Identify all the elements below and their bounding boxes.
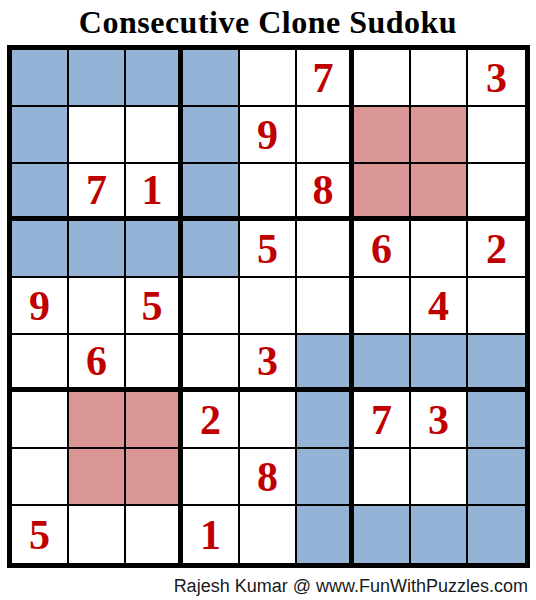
cell-r4c2[interactable] [69,221,126,278]
cell-r9c1[interactable]: 5 [12,506,69,563]
cell-r6c9[interactable] [468,335,525,392]
cell-r3c9[interactable] [468,164,525,221]
cell-r7c9[interactable] [468,392,525,449]
page-title: Consecutive Clone Sudoku [0,0,536,44]
cell-r1c3[interactable] [126,50,183,107]
cell-r9c4[interactable]: 1 [183,506,240,563]
cell-r6c7[interactable] [354,335,411,392]
cell-r5c6[interactable] [297,278,354,335]
cell-r5c9[interactable] [468,278,525,335]
cell-r9c6[interactable] [297,506,354,563]
cell-r1c4[interactable] [183,50,240,107]
cell-r1c9[interactable]: 3 [468,50,525,107]
cell-r8c3[interactable] [126,449,183,506]
cell-r7c4[interactable]: 2 [183,392,240,449]
cell-r9c8[interactable] [411,506,468,563]
cell-r6c8[interactable] [411,335,468,392]
cell-r9c9[interactable] [468,506,525,563]
cell-r3c1[interactable] [12,164,69,221]
cell-r6c5[interactable]: 3 [240,335,297,392]
cell-r9c2[interactable] [69,506,126,563]
cell-r7c1[interactable] [12,392,69,449]
cell-r5c7[interactable] [354,278,411,335]
cell-r9c5[interactable] [240,506,297,563]
cell-r8c9[interactable] [468,449,525,506]
cell-r2c9[interactable] [468,107,525,164]
cell-r8c2[interactable] [69,449,126,506]
cell-r8c8[interactable] [411,449,468,506]
cell-r7c6[interactable] [297,392,354,449]
cell-r4c1[interactable] [12,221,69,278]
cell-r8c1[interactable] [12,449,69,506]
cell-r8c5[interactable]: 8 [240,449,297,506]
cell-r2c4[interactable] [183,107,240,164]
cell-r3c6[interactable]: 8 [297,164,354,221]
credit-text: Rajesh Kumar @ www.FunWithPuzzles.com [174,576,528,597]
cell-r1c8[interactable] [411,50,468,107]
cell-r4c5[interactable]: 5 [240,221,297,278]
cell-r5c4[interactable] [183,278,240,335]
cell-r6c1[interactable] [12,335,69,392]
cell-r4c4[interactable] [183,221,240,278]
cell-r6c4[interactable] [183,335,240,392]
cell-r3c3[interactable]: 1 [126,164,183,221]
cell-r4c6[interactable] [297,221,354,278]
cell-r2c2[interactable] [69,107,126,164]
cell-r4c3[interactable] [126,221,183,278]
cell-r8c6[interactable] [297,449,354,506]
cell-r2c5[interactable]: 9 [240,107,297,164]
cell-r5c8[interactable]: 4 [411,278,468,335]
cell-r8c7[interactable] [354,449,411,506]
cell-r4c8[interactable] [411,221,468,278]
cell-r7c7[interactable]: 7 [354,392,411,449]
cell-r6c2[interactable]: 6 [69,335,126,392]
cell-r8c4[interactable] [183,449,240,506]
cell-r5c1[interactable]: 9 [12,278,69,335]
sudoku-board: 73971856295463273851 [7,45,530,568]
cell-r6c6[interactable] [297,335,354,392]
cell-r7c5[interactable] [240,392,297,449]
cell-r2c8[interactable] [411,107,468,164]
cell-r5c2[interactable] [69,278,126,335]
cell-r5c3[interactable]: 5 [126,278,183,335]
cell-r9c3[interactable] [126,506,183,563]
cell-r4c9[interactable]: 2 [468,221,525,278]
cell-r3c7[interactable] [354,164,411,221]
cell-r7c3[interactable] [126,392,183,449]
cell-r3c4[interactable] [183,164,240,221]
cell-r7c8[interactable]: 3 [411,392,468,449]
cell-r5c5[interactable] [240,278,297,335]
cell-r1c5[interactable] [240,50,297,107]
cell-r2c7[interactable] [354,107,411,164]
cell-r3c8[interactable] [411,164,468,221]
cell-r3c2[interactable]: 7 [69,164,126,221]
cell-r2c6[interactable] [297,107,354,164]
cell-r1c1[interactable] [12,50,69,107]
cell-r6c3[interactable] [126,335,183,392]
cell-r9c7[interactable] [354,506,411,563]
cell-r2c1[interactable] [12,107,69,164]
cell-r7c2[interactable] [69,392,126,449]
cell-r3c5[interactable] [240,164,297,221]
cell-r1c7[interactable] [354,50,411,107]
cell-r4c7[interactable]: 6 [354,221,411,278]
cell-r1c6[interactable]: 7 [297,50,354,107]
cell-r2c3[interactable] [126,107,183,164]
cell-r1c2[interactable] [69,50,126,107]
